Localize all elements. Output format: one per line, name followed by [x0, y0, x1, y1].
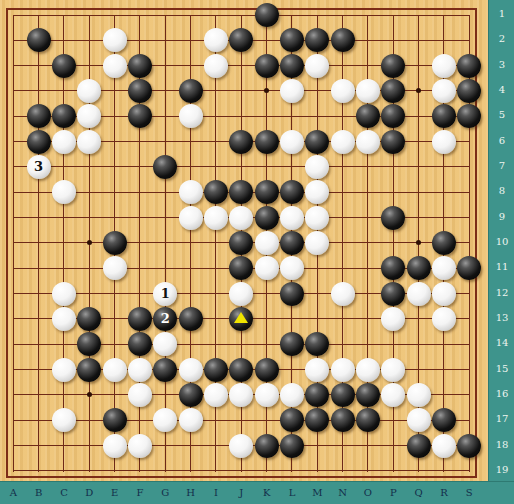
stone-white[interactable] — [179, 358, 203, 382]
grid-line-v — [165, 15, 166, 472]
stone-black[interactable] — [305, 130, 329, 154]
stone-white[interactable] — [280, 130, 304, 154]
stone-white[interactable] — [179, 408, 203, 432]
column-label-R: R — [434, 487, 454, 498]
stone-black[interactable] — [153, 358, 177, 382]
stone-white[interactable] — [356, 358, 380, 382]
stone-black[interactable] — [52, 54, 76, 78]
column-label-D: D — [79, 487, 99, 498]
row-label-11: 11 — [490, 261, 514, 272]
stone-white[interactable] — [103, 434, 127, 458]
stone-black[interactable] — [331, 383, 355, 407]
grid-line-v — [63, 15, 64, 472]
row-label-10: 10 — [490, 236, 514, 247]
stone-white[interactable] — [305, 54, 329, 78]
column-label-I: I — [206, 487, 226, 498]
row-label-18: 18 — [490, 439, 514, 450]
stone-black[interactable] — [128, 307, 152, 331]
stone-black[interactable] — [179, 307, 203, 331]
stone-white[interactable] — [331, 130, 355, 154]
stone-black[interactable] — [457, 104, 481, 128]
stone-white[interactable] — [103, 54, 127, 78]
stone-white[interactable] — [407, 282, 431, 306]
stone-black[interactable] — [331, 408, 355, 432]
stone-black[interactable] — [280, 54, 304, 78]
stone-white[interactable] — [128, 434, 152, 458]
row-label-9: 9 — [490, 211, 514, 222]
stone-white[interactable] — [356, 130, 380, 154]
stone-white[interactable] — [255, 383, 279, 407]
stone-black[interactable] — [77, 358, 101, 382]
row-label-15: 15 — [490, 363, 514, 374]
column-label-N: N — [333, 487, 353, 498]
row-label-16: 16 — [490, 388, 514, 399]
row-label-6: 6 — [490, 135, 514, 146]
stone-white[interactable] — [204, 383, 228, 407]
stone-black[interactable] — [280, 231, 304, 255]
stone-white[interactable] — [52, 130, 76, 154]
row-label-13: 13 — [490, 312, 514, 323]
stone-white[interactable] — [52, 282, 76, 306]
stone-black[interactable] — [255, 180, 279, 204]
stone-black[interactable] — [27, 104, 51, 128]
stone-white[interactable] — [128, 383, 152, 407]
stone-white[interactable] — [179, 180, 203, 204]
column-coordinate-strip: ABCDEFGHIJKLMNOPQRS — [0, 481, 514, 504]
stone-white[interactable] — [255, 256, 279, 280]
stone-black[interactable] — [381, 282, 405, 306]
column-label-O: O — [358, 487, 378, 498]
column-label-E: E — [105, 487, 125, 498]
stone-black[interactable] — [229, 130, 253, 154]
stone-white[interactable] — [128, 358, 152, 382]
stone-white[interactable] — [103, 358, 127, 382]
stone-white[interactable] — [52, 307, 76, 331]
stone-black[interactable] — [432, 231, 456, 255]
stone-black[interactable] — [27, 130, 51, 154]
grid-line-v — [13, 15, 14, 472]
stone-black[interactable] — [103, 408, 127, 432]
stone-black[interactable] — [457, 434, 481, 458]
stone-white[interactable] — [331, 282, 355, 306]
row-label-14: 14 — [490, 337, 514, 348]
stone-white[interactable] — [432, 282, 456, 306]
column-label-L: L — [282, 487, 302, 498]
row-label-4: 4 — [490, 84, 514, 95]
stone-black[interactable] — [255, 434, 279, 458]
stone-white[interactable] — [432, 79, 456, 103]
stone-black[interactable] — [128, 79, 152, 103]
column-label-P: P — [383, 487, 403, 498]
stone-black[interactable] — [457, 79, 481, 103]
stone-white[interactable] — [179, 206, 203, 230]
column-label-A: A — [3, 487, 23, 498]
stone-black[interactable] — [381, 54, 405, 78]
stone-white[interactable] — [432, 54, 456, 78]
stone-white[interactable] — [432, 307, 456, 331]
stone-black[interactable] — [229, 358, 253, 382]
stone-black[interactable] — [331, 28, 355, 52]
stone-white[interactable] — [381, 358, 405, 382]
stone-white[interactable] — [255, 231, 279, 255]
stone-white[interactable] — [103, 28, 127, 52]
stone-white[interactable] — [331, 79, 355, 103]
stone-white[interactable] — [204, 54, 228, 78]
stone-white[interactable] — [229, 206, 253, 230]
stone-white[interactable] — [432, 130, 456, 154]
stone-white[interactable] — [356, 79, 380, 103]
stone-white[interactable] — [305, 206, 329, 230]
grid-line-h — [13, 420, 470, 421]
column-label-Q: Q — [409, 487, 429, 498]
column-label-M: M — [307, 487, 327, 498]
column-label-G: G — [155, 487, 175, 498]
row-label-12: 12 — [490, 287, 514, 298]
row-coordinate-strip: 12345678910111213141516171819 — [488, 0, 514, 504]
stone-black[interactable] — [255, 3, 279, 27]
stone-white[interactable] — [103, 256, 127, 280]
row-label-17: 17 — [490, 413, 514, 424]
go-app-window: 123 12345678910111213141516171819 ABCDEF… — [0, 0, 514, 504]
stone-white[interactable] — [305, 358, 329, 382]
stone-black[interactable] — [27, 28, 51, 52]
row-label-3: 3 — [490, 59, 514, 70]
stone-white[interactable] — [280, 383, 304, 407]
row-label-8: 8 — [490, 185, 514, 196]
stone-white[interactable] — [280, 206, 304, 230]
grid-line-h — [13, 470, 470, 471]
stone-black[interactable] — [255, 358, 279, 382]
stone-black[interactable] — [255, 206, 279, 230]
stone-white[interactable] — [229, 434, 253, 458]
stone-black[interactable] — [457, 54, 481, 78]
stone-white[interactable] — [407, 408, 431, 432]
stone-black[interactable] — [255, 54, 279, 78]
column-label-B: B — [29, 487, 49, 498]
stone-black[interactable] — [356, 383, 380, 407]
column-label-K: K — [257, 487, 277, 498]
stone-black[interactable] — [457, 256, 481, 280]
stone-white[interactable] — [280, 79, 304, 103]
stone-black[interactable] — [179, 383, 203, 407]
stone-black[interactable] — [179, 79, 203, 103]
row-label-19: 19 — [490, 464, 514, 475]
stone-black[interactable] — [381, 130, 405, 154]
stone-white[interactable] — [27, 155, 51, 179]
stone-black[interactable] — [407, 256, 431, 280]
stone-black[interactable] — [280, 434, 304, 458]
row-label-7: 7 — [490, 160, 514, 171]
stone-black[interactable] — [128, 54, 152, 78]
column-label-J: J — [231, 487, 251, 498]
stone-black[interactable] — [280, 282, 304, 306]
stone-black[interactable] — [255, 130, 279, 154]
stone-white[interactable] — [204, 206, 228, 230]
stone-white[interactable] — [77, 130, 101, 154]
stone-black[interactable] — [103, 231, 127, 255]
row-label-5: 5 — [490, 109, 514, 120]
grid-line-v — [38, 15, 39, 472]
stone-black[interactable] — [381, 206, 405, 230]
row-label-1: 1 — [490, 8, 514, 19]
stone-white[interactable] — [331, 358, 355, 382]
row-label-2: 2 — [490, 33, 514, 44]
go-board[interactable]: 123 — [0, 0, 488, 481]
stone-white[interactable] — [179, 104, 203, 128]
stone-black[interactable] — [204, 358, 228, 382]
column-label-F: F — [130, 487, 150, 498]
column-label-H: H — [181, 487, 201, 498]
column-label-S: S — [459, 487, 479, 498]
stone-black[interactable] — [407, 434, 431, 458]
stone-white[interactable] — [407, 383, 431, 407]
stone-white[interactable] — [52, 358, 76, 382]
column-label-C: C — [54, 487, 74, 498]
stone-white[interactable] — [229, 282, 253, 306]
stone-white[interactable] — [432, 434, 456, 458]
stone-white[interactable] — [153, 282, 177, 306]
